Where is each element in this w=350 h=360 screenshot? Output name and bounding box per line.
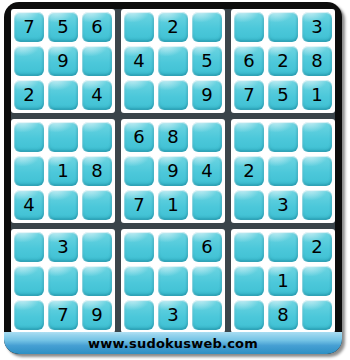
cell-r5c4[interactable] xyxy=(124,156,154,186)
cell-r5c9[interactable] xyxy=(302,156,332,186)
box-1-1: 756924 xyxy=(11,9,115,113)
footer-bar: www.sudokusweb.com xyxy=(4,332,342,354)
cell-r7c1[interactable] xyxy=(14,232,44,262)
cell-r1c9[interactable]: 3 xyxy=(302,12,332,42)
cell-r4c6[interactable] xyxy=(192,122,222,152)
cell-r5c8[interactable] xyxy=(268,156,298,186)
cell-r7c4[interactable] xyxy=(124,232,154,262)
box-2-3: 23 xyxy=(231,119,335,223)
cell-r1c4[interactable] xyxy=(124,12,154,42)
cell-r6c2[interactable] xyxy=(48,190,78,220)
cell-r7c3[interactable] xyxy=(82,232,112,262)
cell-r8c9[interactable] xyxy=(302,266,332,296)
cell-r1c7[interactable] xyxy=(234,12,264,42)
cell-r9c6[interactable] xyxy=(192,300,222,330)
cell-r4c3[interactable] xyxy=(82,122,112,152)
cell-r7c5[interactable] xyxy=(158,232,188,262)
cell-r5c5[interactable]: 9 xyxy=(158,156,188,186)
cell-r1c5[interactable]: 2 xyxy=(158,12,188,42)
cell-r2c1[interactable] xyxy=(14,46,44,76)
cell-r7c6[interactable]: 6 xyxy=(192,232,222,262)
cell-r7c2[interactable]: 3 xyxy=(48,232,78,262)
cell-r1c6[interactable] xyxy=(192,12,222,42)
cell-r8c2[interactable] xyxy=(48,266,78,296)
cell-r3c2[interactable] xyxy=(48,80,78,110)
box-2-1: 184 xyxy=(11,119,115,223)
cell-r2c5[interactable] xyxy=(158,46,188,76)
cell-r2c8[interactable]: 2 xyxy=(268,46,298,76)
cell-r3c9[interactable]: 1 xyxy=(302,80,332,110)
cell-r3c5[interactable] xyxy=(158,80,188,110)
cell-r6c8[interactable]: 3 xyxy=(268,190,298,220)
cell-r3c7[interactable]: 7 xyxy=(234,80,264,110)
cell-r7c8[interactable] xyxy=(268,232,298,262)
cell-r9c5[interactable]: 3 xyxy=(158,300,188,330)
cell-r6c9[interactable] xyxy=(302,190,332,220)
cell-r5c2[interactable]: 1 xyxy=(48,156,78,186)
sudoku-plaque: 756924245936287511846894712337963218 www… xyxy=(4,2,342,354)
box-2-2: 689471 xyxy=(121,119,225,223)
cell-r4c2[interactable] xyxy=(48,122,78,152)
cell-r8c3[interactable] xyxy=(82,266,112,296)
cell-r9c3[interactable]: 9 xyxy=(82,300,112,330)
cell-r5c7[interactable]: 2 xyxy=(234,156,264,186)
cell-r7c7[interactable] xyxy=(234,232,264,262)
cell-r6c7[interactable] xyxy=(234,190,264,220)
cell-r2c2[interactable]: 9 xyxy=(48,46,78,76)
cell-r8c8[interactable]: 1 xyxy=(268,266,298,296)
cell-r3c6[interactable]: 9 xyxy=(192,80,222,110)
cell-r9c2[interactable]: 7 xyxy=(48,300,78,330)
cell-r6c4[interactable]: 7 xyxy=(124,190,154,220)
cell-r8c7[interactable] xyxy=(234,266,264,296)
cell-r8c1[interactable] xyxy=(14,266,44,296)
cell-r8c4[interactable] xyxy=(124,266,154,296)
cell-r9c1[interactable] xyxy=(14,300,44,330)
cell-r8c6[interactable] xyxy=(192,266,222,296)
cell-r4c7[interactable] xyxy=(234,122,264,152)
cell-r5c3[interactable]: 8 xyxy=(82,156,112,186)
cell-r6c1[interactable]: 4 xyxy=(14,190,44,220)
cell-r9c7[interactable] xyxy=(234,300,264,330)
website-url[interactable]: www.sudokusweb.com xyxy=(88,336,258,351)
cell-r4c1[interactable] xyxy=(14,122,44,152)
cell-r1c3[interactable]: 6 xyxy=(82,12,112,42)
cell-r4c9[interactable] xyxy=(302,122,332,152)
cell-r3c3[interactable]: 4 xyxy=(82,80,112,110)
cell-r4c5[interactable]: 8 xyxy=(158,122,188,152)
cell-r9c4[interactable] xyxy=(124,300,154,330)
cell-r2c7[interactable]: 6 xyxy=(234,46,264,76)
box-3-3: 218 xyxy=(231,229,335,333)
box-1-3: 3628751 xyxy=(231,9,335,113)
sudoku-board: 756924245936287511846894712337963218 xyxy=(11,9,335,333)
cell-r5c6[interactable]: 4 xyxy=(192,156,222,186)
cell-r2c6[interactable]: 5 xyxy=(192,46,222,76)
cell-r2c9[interactable]: 8 xyxy=(302,46,332,76)
cell-r4c4[interactable]: 6 xyxy=(124,122,154,152)
cell-r3c8[interactable]: 5 xyxy=(268,80,298,110)
cell-r5c1[interactable] xyxy=(14,156,44,186)
cell-r6c3[interactable] xyxy=(82,190,112,220)
cell-r7c9[interactable]: 2 xyxy=(302,232,332,262)
cell-r4c8[interactable] xyxy=(268,122,298,152)
cell-r3c4[interactable] xyxy=(124,80,154,110)
cell-r8c5[interactable] xyxy=(158,266,188,296)
cell-r6c6[interactable] xyxy=(192,190,222,220)
box-1-2: 2459 xyxy=(121,9,225,113)
cell-r9c9[interactable] xyxy=(302,300,332,330)
cell-r2c3[interactable] xyxy=(82,46,112,76)
cell-r1c2[interactable]: 5 xyxy=(48,12,78,42)
cell-r6c5[interactable]: 1 xyxy=(158,190,188,220)
box-3-1: 379 xyxy=(11,229,115,333)
cell-r1c8[interactable] xyxy=(268,12,298,42)
box-3-2: 63 xyxy=(121,229,225,333)
cell-r1c1[interactable]: 7 xyxy=(14,12,44,42)
cell-r3c1[interactable]: 2 xyxy=(14,80,44,110)
cell-r9c8[interactable]: 8 xyxy=(268,300,298,330)
cell-r2c4[interactable]: 4 xyxy=(124,46,154,76)
